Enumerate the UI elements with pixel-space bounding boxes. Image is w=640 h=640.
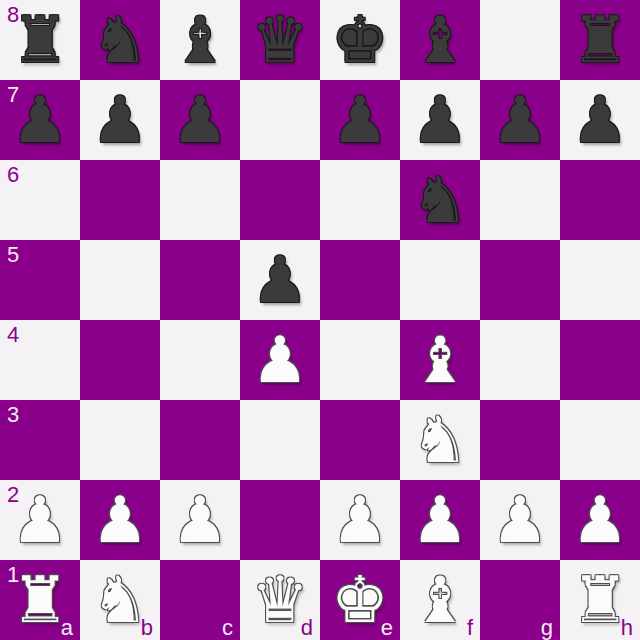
square-g7[interactable]: ♟	[480, 80, 560, 160]
white-pawn[interactable]: ♟	[11, 480, 68, 560]
square-e8[interactable]: ♚	[320, 0, 400, 80]
square-c4[interactable]	[160, 320, 240, 400]
square-d7[interactable]	[240, 80, 320, 160]
square-g3[interactable]	[480, 400, 560, 480]
square-c7[interactable]: ♟	[160, 80, 240, 160]
square-b3[interactable]	[80, 400, 160, 480]
white-pawn[interactable]: ♟	[251, 320, 308, 400]
square-g1[interactable]: g	[480, 560, 560, 640]
square-a7[interactable]: 7♟	[0, 80, 80, 160]
square-a8[interactable]: 8♜	[0, 0, 80, 80]
square-f1[interactable]: f♝	[400, 560, 480, 640]
square-f7[interactable]: ♟	[400, 80, 480, 160]
black-pawn[interactable]: ♟	[571, 80, 628, 160]
square-d3[interactable]	[240, 400, 320, 480]
square-e4[interactable]	[320, 320, 400, 400]
rank-label-6: 6	[7, 164, 19, 186]
square-h2[interactable]: ♟	[560, 480, 640, 560]
white-pawn[interactable]: ♟	[171, 480, 228, 560]
file-label-c: c	[222, 617, 233, 639]
square-f5[interactable]	[400, 240, 480, 320]
square-h5[interactable]	[560, 240, 640, 320]
chess-board: 8♜♞♝♛♚♝♜7♟♟♟♟♟♟♟6♞5♟4♟♝3♞2♟♟♟♟♟♟♟1a♜b♞cd…	[0, 0, 640, 640]
square-f8[interactable]: ♝	[400, 0, 480, 80]
square-a1[interactable]: 1a♜	[0, 560, 80, 640]
square-b8[interactable]: ♞	[80, 0, 160, 80]
square-a6[interactable]: 6	[0, 160, 80, 240]
square-g8[interactable]	[480, 0, 560, 80]
white-pawn[interactable]: ♟	[91, 480, 148, 560]
rank-label-3: 3	[7, 404, 19, 426]
white-pawn[interactable]: ♟	[331, 480, 388, 560]
square-c5[interactable]	[160, 240, 240, 320]
square-b4[interactable]	[80, 320, 160, 400]
black-pawn[interactable]: ♟	[251, 240, 308, 320]
black-rook[interactable]: ♜	[11, 0, 68, 80]
square-h1[interactable]: h♜	[560, 560, 640, 640]
square-a5[interactable]: 5	[0, 240, 80, 320]
square-d8[interactable]: ♛	[240, 0, 320, 80]
square-b6[interactable]	[80, 160, 160, 240]
square-g2[interactable]: ♟	[480, 480, 560, 560]
rank-label-5: 5	[7, 244, 19, 266]
square-e3[interactable]	[320, 400, 400, 480]
black-pawn[interactable]: ♟	[91, 80, 148, 160]
square-e6[interactable]	[320, 160, 400, 240]
black-knight[interactable]: ♞	[91, 0, 148, 80]
square-e1[interactable]: e♚	[320, 560, 400, 640]
square-h3[interactable]	[560, 400, 640, 480]
black-pawn[interactable]: ♟	[171, 80, 228, 160]
white-rook[interactable]: ♜	[571, 560, 628, 640]
black-rook[interactable]: ♜	[571, 0, 628, 80]
square-f6[interactable]: ♞	[400, 160, 480, 240]
white-pawn[interactable]: ♟	[411, 480, 468, 560]
square-d4[interactable]: ♟	[240, 320, 320, 400]
black-pawn[interactable]: ♟	[331, 80, 388, 160]
white-pawn[interactable]: ♟	[491, 480, 548, 560]
square-c6[interactable]	[160, 160, 240, 240]
square-c8[interactable]: ♝	[160, 0, 240, 80]
file-label-g: g	[541, 617, 553, 639]
square-h7[interactable]: ♟	[560, 80, 640, 160]
square-c2[interactable]: ♟	[160, 480, 240, 560]
square-b7[interactable]: ♟	[80, 80, 160, 160]
white-bishop[interactable]: ♝	[411, 560, 468, 640]
square-f2[interactable]: ♟	[400, 480, 480, 560]
black-king[interactable]: ♚	[331, 0, 388, 80]
square-g6[interactable]	[480, 160, 560, 240]
square-a2[interactable]: 2♟	[0, 480, 80, 560]
square-g5[interactable]	[480, 240, 560, 320]
black-knight[interactable]: ♞	[411, 160, 468, 240]
black-bishop[interactable]: ♝	[411, 0, 468, 80]
square-d2[interactable]	[240, 480, 320, 560]
white-pawn[interactable]: ♟	[571, 480, 628, 560]
white-knight[interactable]: ♞	[91, 560, 148, 640]
black-queen[interactable]: ♛	[251, 0, 308, 80]
square-f3[interactable]: ♞	[400, 400, 480, 480]
black-bishop[interactable]: ♝	[171, 0, 228, 80]
square-h6[interactable]	[560, 160, 640, 240]
square-e7[interactable]: ♟	[320, 80, 400, 160]
square-d1[interactable]: d♛	[240, 560, 320, 640]
square-h4[interactable]	[560, 320, 640, 400]
black-pawn[interactable]: ♟	[491, 80, 548, 160]
white-king[interactable]: ♚	[331, 560, 388, 640]
square-d6[interactable]	[240, 160, 320, 240]
white-bishop[interactable]: ♝	[411, 320, 468, 400]
black-pawn[interactable]: ♟	[411, 80, 468, 160]
square-d5[interactable]: ♟	[240, 240, 320, 320]
square-b2[interactable]: ♟	[80, 480, 160, 560]
square-a3[interactable]: 3	[0, 400, 80, 480]
square-c3[interactable]	[160, 400, 240, 480]
square-c1[interactable]: c	[160, 560, 240, 640]
square-g4[interactable]	[480, 320, 560, 400]
square-b1[interactable]: b♞	[80, 560, 160, 640]
square-e5[interactable]	[320, 240, 400, 320]
black-pawn[interactable]: ♟	[11, 80, 68, 160]
white-queen[interactable]: ♛	[251, 560, 308, 640]
white-knight[interactable]: ♞	[411, 400, 468, 480]
square-a4[interactable]: 4	[0, 320, 80, 400]
rank-label-4: 4	[7, 324, 19, 346]
square-f4[interactable]: ♝	[400, 320, 480, 400]
square-e2[interactable]: ♟	[320, 480, 400, 560]
white-rook[interactable]: ♜	[11, 560, 68, 640]
square-h8[interactable]: ♜	[560, 0, 640, 80]
square-b5[interactable]	[80, 240, 160, 320]
